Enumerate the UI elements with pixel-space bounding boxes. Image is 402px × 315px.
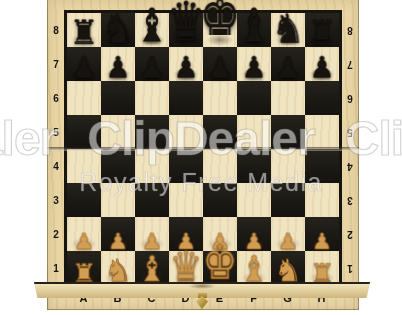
square-f4[interactable] — [237, 149, 271, 183]
square-a3[interactable] — [67, 183, 101, 217]
rank-label-left-7: 7 — [48, 59, 64, 70]
board-wood-surface: ♜♞♝♛♚♝♞♜♟♟♟♟♟♟♟♟♟♟♟♟♟♟♟♟♜♞♝♛♚♝♞♜ 8765432… — [47, 0, 359, 310]
square-c5[interactable] — [135, 115, 169, 149]
square-a6[interactable] — [67, 81, 101, 115]
board-fold-seam — [47, 147, 359, 151]
square-f7[interactable]: ♟ — [237, 47, 271, 81]
square-a4[interactable] — [67, 149, 101, 183]
square-g3[interactable] — [271, 183, 305, 217]
square-h4[interactable] — [305, 149, 339, 183]
square-e4[interactable] — [203, 149, 237, 183]
rank-label-left-6: 6 — [48, 93, 64, 104]
rank-label-right-2: 2 — [342, 229, 358, 240]
square-e7[interactable]: ♟ — [203, 47, 237, 81]
square-g7[interactable]: ♟ — [271, 47, 305, 81]
square-c1[interactable]: ♝ — [135, 251, 169, 285]
black-pawn-a7[interactable]: ♟ — [71, 53, 96, 83]
white-king-e1[interactable]: ♚ — [202, 239, 237, 287]
square-h3[interactable] — [305, 183, 339, 217]
white-queen-d1[interactable]: ♛ — [169, 245, 202, 287]
black-pawn-g7[interactable]: ♟ — [275, 53, 300, 83]
rank-label-right-3: 3 — [342, 195, 358, 206]
square-g4[interactable] — [271, 149, 305, 183]
square-d3[interactable] — [169, 183, 203, 217]
square-h2[interactable]: ♟ — [305, 217, 339, 251]
square-g8[interactable]: ♞ — [271, 13, 305, 47]
square-h1[interactable]: ♜ — [305, 251, 339, 285]
black-pawn-b7[interactable]: ♟ — [105, 53, 130, 83]
square-f6[interactable] — [237, 81, 271, 115]
stock-photo-canvas: ♜♞♝♛♚♝♞♜♟♟♟♟♟♟♟♟♟♟♟♟♟♟♟♟♜♞♝♛♚♝♞♜ 8765432… — [0, 0, 402, 315]
square-c3[interactable] — [135, 183, 169, 217]
square-b2[interactable]: ♟ — [101, 217, 135, 251]
white-pawn-a2[interactable]: ♟ — [73, 231, 94, 253]
rank-label-right-4: 4 — [342, 161, 358, 172]
black-bishop-c8[interactable]: ♝ — [135, 3, 169, 49]
square-e5[interactable] — [203, 115, 237, 149]
square-e8[interactable]: ♚ — [203, 13, 237, 47]
rank-label-left-2: 2 — [48, 229, 64, 240]
rank-label-left-3: 3 — [48, 195, 64, 206]
square-b3[interactable] — [101, 183, 135, 217]
black-knight-b8[interactable]: ♞ — [101, 8, 134, 49]
square-g6[interactable] — [271, 81, 305, 115]
square-g2[interactable]: ♟ — [271, 217, 305, 251]
square-b6[interactable] — [101, 81, 135, 115]
white-bishop-f1[interactable]: ♝ — [239, 252, 268, 287]
square-a1[interactable]: ♜ — [67, 251, 101, 285]
white-pawn-h2[interactable]: ♟ — [311, 231, 332, 253]
square-b1[interactable]: ♞ — [101, 251, 135, 285]
rank-label-left-8: 8 — [48, 25, 64, 36]
chess-board: ♜♞♝♛♚♝♞♜♟♟♟♟♟♟♟♟♟♟♟♟♟♟♟♟♜♞♝♛♚♝♞♜ 8765432… — [47, 0, 359, 310]
white-bishop-c1[interactable]: ♝ — [137, 252, 166, 287]
rank-label-right-1: 1 — [342, 263, 358, 274]
black-knight-g8[interactable]: ♞ — [271, 8, 304, 49]
square-d1[interactable]: ♛ — [169, 251, 203, 285]
square-f3[interactable] — [237, 183, 271, 217]
white-pawn-b2[interactable]: ♟ — [107, 231, 128, 253]
rank-label-right-6: 6 — [342, 93, 358, 104]
rank-label-left-4: 4 — [48, 161, 64, 172]
rank-label-left-1: 1 — [48, 263, 64, 274]
black-pawn-f7[interactable]: ♟ — [241, 53, 266, 83]
black-pawn-d7[interactable]: ♟ — [173, 53, 198, 83]
square-d6[interactable] — [169, 81, 203, 115]
square-d7[interactable]: ♟ — [169, 47, 203, 81]
rank-label-right-8: 8 — [342, 25, 358, 36]
square-d5[interactable] — [169, 115, 203, 149]
square-f8[interactable]: ♝ — [237, 13, 271, 47]
square-a8[interactable]: ♜ — [67, 13, 101, 47]
square-a7[interactable]: ♟ — [67, 47, 101, 81]
black-rook-h8[interactable]: ♜ — [308, 15, 337, 49]
square-e6[interactable] — [203, 81, 237, 115]
square-b7[interactable]: ♟ — [101, 47, 135, 81]
square-b4[interactable] — [101, 149, 135, 183]
square-d4[interactable] — [169, 149, 203, 183]
square-h5[interactable] — [305, 115, 339, 149]
black-rook-a8[interactable]: ♜ — [70, 15, 99, 49]
black-pawn-c7[interactable]: ♟ — [139, 53, 164, 83]
black-pawn-e7[interactable]: ♟ — [207, 53, 232, 83]
square-f1[interactable]: ♝ — [237, 251, 271, 285]
rank-label-right-5: 5 — [342, 127, 358, 138]
black-pawn-h7[interactable]: ♟ — [309, 53, 334, 83]
square-g1[interactable]: ♞ — [271, 251, 305, 285]
black-bishop-f8[interactable]: ♝ — [237, 3, 271, 49]
rank-label-right-7: 7 — [342, 59, 358, 70]
square-d8[interactable]: ♛ — [169, 13, 203, 47]
square-h7[interactable]: ♟ — [305, 47, 339, 81]
square-e3[interactable] — [203, 183, 237, 217]
white-pawn-g2[interactable]: ♟ — [277, 231, 298, 253]
square-b5[interactable] — [101, 115, 135, 149]
square-a2[interactable]: ♟ — [67, 217, 101, 251]
square-b8[interactable]: ♞ — [101, 13, 135, 47]
square-e1[interactable]: ♚ — [203, 251, 237, 285]
square-c2[interactable]: ♟ — [135, 217, 169, 251]
square-f5[interactable] — [237, 115, 271, 149]
rank-label-left-5: 5 — [48, 127, 64, 138]
square-c4[interactable] — [135, 149, 169, 183]
clasp-shadow — [188, 283, 216, 289]
square-c8[interactable]: ♝ — [135, 13, 169, 47]
square-c6[interactable] — [135, 81, 169, 115]
square-h8[interactable]: ♜ — [305, 13, 339, 47]
square-c7[interactable]: ♟ — [135, 47, 169, 81]
square-f2[interactable]: ♟ — [237, 217, 271, 251]
square-a5[interactable] — [67, 115, 101, 149]
square-g5[interactable] — [271, 115, 305, 149]
square-h6[interactable] — [305, 81, 339, 115]
